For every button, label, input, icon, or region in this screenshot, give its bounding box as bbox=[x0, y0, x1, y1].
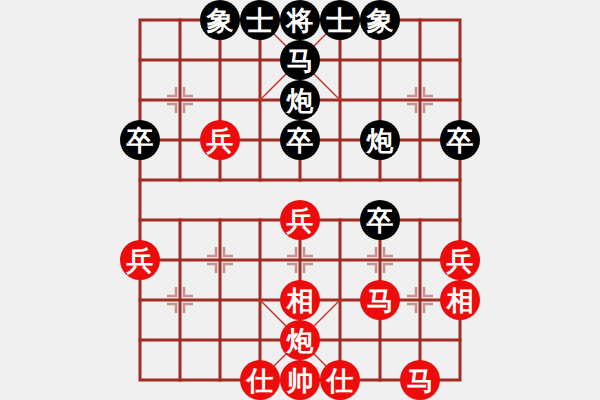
piece-grid: 象士将士象马炮卒兵卒炮卒兵卒兵兵相马相炮仕帅仕马 bbox=[120, 0, 480, 400]
piece-black-cannon[interactable]: 炮 bbox=[360, 120, 400, 160]
piece-red-general[interactable]: 帅 bbox=[280, 360, 320, 400]
piece-black-elephant[interactable]: 象 bbox=[200, 0, 240, 40]
piece-black-soldier[interactable]: 卒 bbox=[360, 200, 400, 240]
piece-red-soldier[interactable]: 兵 bbox=[200, 120, 240, 160]
piece-red-advisor[interactable]: 仕 bbox=[320, 360, 360, 400]
piece-black-elephant[interactable]: 象 bbox=[360, 0, 400, 40]
piece-red-soldier[interactable]: 兵 bbox=[120, 240, 160, 280]
piece-black-horse[interactable]: 马 bbox=[280, 40, 320, 80]
piece-red-elephant[interactable]: 相 bbox=[440, 280, 480, 320]
piece-black-general[interactable]: 将 bbox=[280, 0, 320, 40]
piece-black-cannon[interactable]: 炮 bbox=[280, 80, 320, 120]
piece-red-cannon[interactable]: 炮 bbox=[280, 320, 320, 360]
piece-red-soldier[interactable]: 兵 bbox=[440, 240, 480, 280]
piece-black-advisor[interactable]: 士 bbox=[240, 0, 280, 40]
xiangqi-board: 象士将士象马炮卒兵卒炮卒兵卒兵兵相马相炮仕帅仕马 bbox=[0, 0, 600, 400]
piece-black-soldier[interactable]: 卒 bbox=[440, 120, 480, 160]
piece-black-soldier[interactable]: 卒 bbox=[280, 120, 320, 160]
piece-red-horse[interactable]: 马 bbox=[360, 280, 400, 320]
piece-red-horse[interactable]: 马 bbox=[400, 360, 440, 400]
piece-black-advisor[interactable]: 士 bbox=[320, 0, 360, 40]
piece-black-soldier[interactable]: 卒 bbox=[120, 120, 160, 160]
piece-red-elephant[interactable]: 相 bbox=[280, 280, 320, 320]
piece-red-advisor[interactable]: 仕 bbox=[240, 360, 280, 400]
piece-red-soldier[interactable]: 兵 bbox=[280, 200, 320, 240]
